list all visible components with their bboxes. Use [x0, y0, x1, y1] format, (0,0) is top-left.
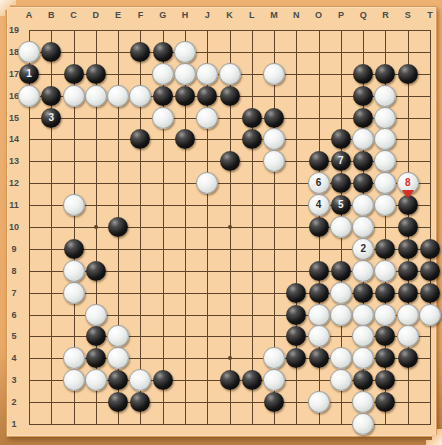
go-stone-white-J12[interactable] [196, 172, 218, 194]
go-stone-black-O13[interactable] [309, 151, 329, 171]
go-stone-white-M14[interactable] [263, 128, 285, 150]
go-stone-white-R16[interactable] [374, 85, 396, 107]
go-stone-black-R7[interactable] [375, 283, 395, 303]
go-stone-white-D16[interactable] [85, 85, 107, 107]
go-stone-black-Q3[interactable] [353, 370, 373, 390]
go-stone-black-Q15[interactable] [353, 108, 373, 128]
go-stone-white-J17[interactable] [196, 63, 218, 85]
column-label-L: L [249, 11, 255, 20]
go-stone-white-P7[interactable] [330, 282, 352, 304]
go-stone-white-Q11[interactable] [352, 194, 374, 216]
go-stone-white-Q6[interactable] [352, 304, 374, 326]
column-label-Q: Q [360, 11, 367, 20]
go-stone-black-R17[interactable] [375, 64, 395, 84]
row-label-5: 5 [11, 332, 16, 341]
go-stone-white-R8[interactable] [374, 260, 396, 282]
go-stone-white-R13[interactable] [374, 150, 396, 172]
go-stone-black-R4[interactable] [375, 348, 395, 368]
go-stone-white-F16[interactable] [129, 85, 151, 107]
go-stone-black-O8[interactable] [309, 261, 329, 281]
go-stone-white-P6[interactable] [330, 304, 352, 326]
row-label-8: 8 [11, 266, 16, 275]
go-stone-black-M15[interactable] [264, 108, 284, 128]
board-grid-line-vertical [430, 30, 431, 425]
go-stone-white-A16[interactable] [18, 85, 40, 107]
row-label-1: 1 [11, 420, 16, 429]
go-stone-white-Q14[interactable] [352, 128, 374, 150]
go-stone-white-O11[interactable] [308, 194, 330, 216]
go-stone-black-T8[interactable] [420, 261, 440, 281]
go-stone-black-P13[interactable] [331, 151, 351, 171]
go-stone-white-Q8[interactable] [352, 260, 374, 282]
go-stone-black-D4[interactable] [86, 348, 106, 368]
go-stone-white-S5[interactable] [397, 325, 419, 347]
row-label-13: 13 [9, 157, 19, 166]
star-point [228, 356, 232, 360]
row-label-17: 17 [9, 69, 19, 78]
go-stone-black-R9[interactable] [375, 239, 395, 259]
go-stone-white-D3[interactable] [85, 369, 107, 391]
column-label-D: D [93, 11, 100, 20]
go-stone-black-E10[interactable] [108, 217, 128, 237]
go-stone-white-G17[interactable] [152, 63, 174, 85]
row-label-2: 2 [11, 398, 16, 407]
go-stone-black-K3[interactable] [220, 370, 240, 390]
go-stone-black-L15[interactable] [242, 108, 262, 128]
go-stone-white-H17[interactable] [174, 63, 196, 85]
go-stone-white-M13[interactable] [263, 150, 285, 172]
go-stone-black-G18[interactable] [153, 42, 173, 62]
go-stone-black-C9[interactable] [64, 239, 84, 259]
go-stone-black-Q16[interactable] [353, 86, 373, 106]
go-stone-black-S9[interactable] [398, 239, 418, 259]
go-stone-white-R6[interactable] [374, 304, 396, 326]
go-stone-black-S7[interactable] [398, 283, 418, 303]
go-stone-white-O6[interactable] [308, 304, 330, 326]
row-label-9: 9 [11, 244, 16, 253]
go-stone-black-D17[interactable] [86, 64, 106, 84]
column-label-A: A [26, 11, 33, 20]
go-stone-black-B15[interactable] [41, 108, 61, 128]
column-label-B: B [48, 11, 55, 20]
go-stone-white-M17[interactable] [263, 63, 285, 85]
go-stone-white-P10[interactable] [330, 216, 352, 238]
go-stone-white-Q1[interactable] [352, 413, 374, 435]
go-stone-white-C11[interactable] [63, 194, 85, 216]
column-label-J: J [205, 11, 210, 20]
row-label-11: 11 [9, 201, 19, 210]
row-label-6: 6 [11, 310, 16, 319]
go-stone-black-B16[interactable] [41, 86, 61, 106]
column-label-C: C [70, 11, 77, 20]
go-stone-black-A17[interactable] [19, 64, 39, 84]
go-stone-white-R12[interactable] [374, 172, 396, 194]
go-stone-black-S8[interactable] [398, 261, 418, 281]
column-label-H: H [182, 11, 189, 20]
go-stone-black-Q17[interactable] [353, 64, 373, 84]
go-stone-black-N5[interactable] [286, 326, 306, 346]
go-stone-black-N7[interactable] [286, 283, 306, 303]
column-label-O: O [315, 11, 322, 20]
row-label-19: 19 [9, 26, 19, 35]
go-stone-black-N4[interactable] [286, 348, 306, 368]
go-stone-white-E4[interactable] [107, 347, 129, 369]
go-stone-black-Q12[interactable] [353, 173, 373, 193]
row-label-4: 4 [11, 354, 16, 363]
column-label-R: R [382, 11, 389, 20]
go-stone-white-R11[interactable] [374, 194, 396, 216]
go-stone-black-D8[interactable] [86, 261, 106, 281]
go-stone-white-D6[interactable] [85, 304, 107, 326]
go-stone-white-S6[interactable] [397, 304, 419, 326]
go-stone-white-O2[interactable] [308, 391, 330, 413]
column-label-G: G [159, 11, 166, 20]
go-stone-white-C4[interactable] [63, 347, 85, 369]
go-stone-black-R5[interactable] [375, 326, 395, 346]
go-stone-black-G16[interactable] [153, 86, 173, 106]
go-stone-black-K16[interactable] [220, 86, 240, 106]
go-stone-black-M2[interactable] [264, 392, 284, 412]
go-stone-white-M3[interactable] [263, 369, 285, 391]
go-stone-white-H18[interactable] [174, 41, 196, 63]
go-stone-black-E3[interactable] [108, 370, 128, 390]
row-label-7: 7 [11, 288, 16, 297]
go-stone-white-Q2[interactable] [352, 391, 374, 413]
go-stone-black-P8[interactable] [331, 261, 351, 281]
go-stone-black-O10[interactable] [309, 217, 329, 237]
row-label-14: 14 [9, 135, 19, 144]
go-stone-black-G3[interactable] [153, 370, 173, 390]
go-stone-black-Q13[interactable] [353, 151, 373, 171]
row-label-12: 12 [9, 179, 19, 188]
go-stone-black-C17[interactable] [64, 64, 84, 84]
go-stone-black-S4[interactable] [398, 348, 418, 368]
go-stone-black-T9[interactable] [420, 239, 440, 259]
go-stone-black-H14[interactable] [175, 129, 195, 149]
go-stone-white-C7[interactable] [63, 282, 85, 304]
go-stone-white-J15[interactable] [196, 107, 218, 129]
go-stone-white-E16[interactable] [107, 85, 129, 107]
go-stone-white-M4[interactable] [263, 347, 285, 369]
column-label-F: F [138, 11, 144, 20]
go-stone-black-P12[interactable] [331, 173, 351, 193]
go-stone-white-C8[interactable] [63, 260, 85, 282]
column-label-T: T [427, 11, 433, 20]
row-label-3: 3 [11, 376, 16, 385]
go-stone-black-P14[interactable] [331, 129, 351, 149]
go-stone-white-K17[interactable] [219, 63, 241, 85]
go-stone-black-J16[interactable] [197, 86, 217, 106]
go-stone-black-F2[interactable] [130, 392, 150, 412]
go-stone-white-T6[interactable] [419, 304, 441, 326]
go-stone-white-A18[interactable] [18, 41, 40, 63]
go-stone-white-C16[interactable] [63, 85, 85, 107]
board-grid-line-vertical [252, 30, 253, 425]
go-stone-black-R2[interactable] [375, 392, 395, 412]
column-label-M: M [270, 11, 278, 20]
go-stone-white-R14[interactable] [374, 128, 396, 150]
star-point [94, 225, 98, 229]
last-move-arrow-icon [402, 190, 414, 198]
go-stone-black-O4[interactable] [309, 348, 329, 368]
go-stone-black-P11[interactable] [331, 195, 351, 215]
go-stone-black-E2[interactable] [108, 392, 128, 412]
go-stone-white-G15[interactable] [152, 107, 174, 129]
go-stone-black-F18[interactable] [130, 42, 150, 62]
go-app-window: ABCDEFGHJKLMNOPQRST191817161514131211109… [0, 0, 442, 445]
go-stone-white-O12[interactable] [308, 172, 330, 194]
column-label-S: S [405, 11, 411, 20]
go-stone-white-Q5[interactable] [352, 325, 374, 347]
star-point [228, 225, 232, 229]
go-stone-black-R3[interactable] [375, 370, 395, 390]
go-stone-black-S10[interactable] [398, 217, 418, 237]
go-stone-white-C3[interactable] [63, 369, 85, 391]
go-stone-white-P4[interactable] [330, 347, 352, 369]
go-stone-black-S17[interactable] [398, 64, 418, 84]
column-label-K: K [226, 11, 233, 20]
row-label-10: 10 [9, 223, 19, 232]
go-stone-white-R15[interactable] [374, 107, 396, 129]
go-stone-white-F3[interactable] [129, 369, 151, 391]
go-stone-white-P3[interactable] [330, 369, 352, 391]
go-stone-white-Q9[interactable] [352, 238, 374, 260]
column-label-N: N [293, 11, 300, 20]
go-stone-black-O7[interactable] [309, 283, 329, 303]
go-stone-white-Q4[interactable] [352, 347, 374, 369]
go-stone-white-E5[interactable] [107, 325, 129, 347]
go-stone-black-H16[interactable] [175, 86, 195, 106]
go-stone-black-L3[interactable] [242, 370, 262, 390]
row-label-15: 15 [9, 113, 19, 122]
go-stone-black-L14[interactable] [242, 129, 262, 149]
go-stone-black-D5[interactable] [86, 326, 106, 346]
go-stone-black-Q7[interactable] [353, 283, 373, 303]
go-stone-black-K13[interactable] [220, 151, 240, 171]
go-stone-black-F14[interactable] [130, 129, 150, 149]
go-stone-black-T7[interactable] [420, 283, 440, 303]
go-stone-black-B18[interactable] [41, 42, 61, 62]
column-label-E: E [115, 11, 121, 20]
go-stone-white-O5[interactable] [308, 325, 330, 347]
column-label-P: P [338, 11, 344, 20]
go-stone-black-N6[interactable] [286, 305, 306, 325]
go-stone-white-Q10[interactable] [352, 216, 374, 238]
